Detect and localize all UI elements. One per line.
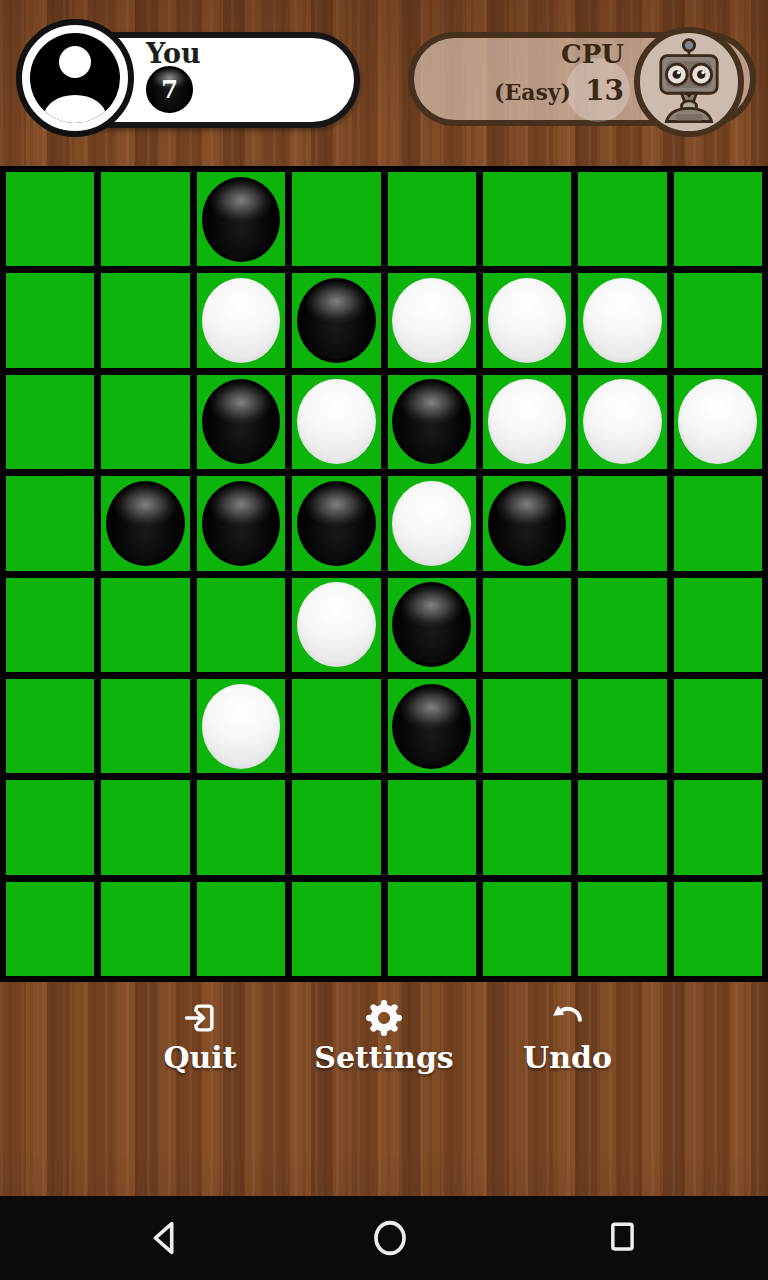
disc-white (488, 379, 567, 464)
robot-icon (642, 35, 736, 129)
cell-2-5[interactable] (483, 375, 571, 469)
cell-6-6[interactable] (578, 780, 666, 874)
disc-black (202, 177, 281, 262)
cell-5-4[interactable] (388, 679, 476, 773)
undo-button[interactable]: Undo (505, 999, 630, 1075)
cell-5-1[interactable] (101, 679, 189, 773)
cell-1-5[interactable] (483, 273, 571, 367)
cell-4-3[interactable] (292, 578, 380, 672)
home-icon[interactable] (369, 1215, 411, 1261)
you-score: 7 (161, 75, 178, 104)
cell-7-1[interactable] (101, 882, 189, 976)
cell-4-5[interactable] (483, 578, 571, 672)
cell-3-5[interactable] (483, 476, 571, 570)
cpu-text-block: CPU (Easy) 13 (494, 40, 624, 107)
disc-black (202, 481, 281, 566)
cell-6-7[interactable] (674, 780, 762, 874)
cell-5-5[interactable] (483, 679, 571, 773)
cell-7-6[interactable] (578, 882, 666, 976)
cell-2-2[interactable] (197, 375, 285, 469)
cell-1-7[interactable] (674, 273, 762, 367)
cell-4-1[interactable] (101, 578, 189, 672)
cell-1-0[interactable] (6, 273, 94, 367)
undo-arrow-icon (548, 999, 588, 1037)
cell-2-4[interactable] (388, 375, 476, 469)
cpu-difficulty-label: (Easy) (494, 79, 571, 105)
cell-1-2[interactable] (197, 273, 285, 367)
cell-5-3[interactable] (292, 679, 380, 773)
cell-2-1[interactable] (101, 375, 189, 469)
disc-black (392, 379, 471, 464)
person-icon (30, 33, 120, 123)
cell-6-0[interactable] (6, 780, 94, 874)
cell-6-1[interactable] (101, 780, 189, 874)
cell-2-7[interactable] (674, 375, 762, 469)
disc-black (297, 278, 376, 363)
disc-white (488, 278, 567, 363)
board (0, 166, 768, 982)
cell-4-6[interactable] (578, 578, 666, 672)
cell-4-4[interactable] (388, 578, 476, 672)
cell-1-6[interactable] (578, 273, 666, 367)
you-name-label: You (146, 38, 201, 69)
cell-7-4[interactable] (388, 882, 476, 976)
cell-3-6[interactable] (578, 476, 666, 570)
cell-6-4[interactable] (388, 780, 476, 874)
cell-0-7[interactable] (674, 172, 762, 266)
cell-7-0[interactable] (6, 882, 94, 976)
cell-1-1[interactable] (101, 273, 189, 367)
cell-2-3[interactable] (292, 375, 380, 469)
settings-button[interactable]: Settings (308, 999, 460, 1075)
cell-4-2[interactable] (197, 578, 285, 672)
cell-7-2[interactable] (197, 882, 285, 976)
cell-5-7[interactable] (674, 679, 762, 773)
exit-icon (181, 999, 219, 1037)
cell-3-1[interactable] (101, 476, 189, 570)
cpu-name-label: CPU (561, 40, 624, 68)
quit-label: Quit (163, 1040, 236, 1075)
disc-black (488, 481, 567, 566)
undo-label: Undo (523, 1040, 612, 1075)
disc-black (106, 481, 185, 566)
back-icon[interactable] (142, 1215, 188, 1261)
you-avatar (16, 19, 134, 137)
disc-white (392, 278, 471, 363)
cell-7-7[interactable] (674, 882, 762, 976)
cell-1-3[interactable] (292, 273, 380, 367)
disc-white (392, 481, 471, 566)
cell-2-6[interactable] (578, 375, 666, 469)
cell-1-4[interactable] (388, 273, 476, 367)
cell-5-6[interactable] (578, 679, 666, 773)
disc-black (392, 582, 471, 667)
disc-white (202, 684, 281, 769)
cell-5-0[interactable] (6, 679, 94, 773)
disc-black (297, 481, 376, 566)
app-screen: { "game": "reversi", "position": { "form… (0, 0, 768, 1280)
disc-black (202, 379, 281, 464)
cell-3-3[interactable] (292, 476, 380, 570)
cell-3-4[interactable] (388, 476, 476, 570)
cell-6-3[interactable] (292, 780, 380, 874)
cell-4-7[interactable] (674, 578, 762, 672)
cell-5-2[interactable] (197, 679, 285, 773)
gear-icon (365, 999, 403, 1037)
cell-0-6[interactable] (578, 172, 666, 266)
disc-white (583, 278, 662, 363)
disc-white (297, 379, 376, 464)
you-score-disc: 7 (146, 66, 193, 113)
settings-label: Settings (314, 1040, 454, 1075)
cell-7-5[interactable] (483, 882, 571, 976)
cell-7-3[interactable] (292, 882, 380, 976)
cell-6-2[interactable] (197, 780, 285, 874)
cell-2-0[interactable] (6, 375, 94, 469)
disc-white (202, 278, 281, 363)
cell-0-5[interactable] (483, 172, 571, 266)
cell-0-1[interactable] (101, 172, 189, 266)
disc-white (583, 379, 662, 464)
quit-button[interactable]: Quit (140, 999, 260, 1075)
disc-white (297, 582, 376, 667)
disc-black (392, 684, 471, 769)
cell-0-2[interactable] (197, 172, 285, 266)
recents-icon[interactable] (600, 1215, 644, 1259)
disc-white (678, 379, 757, 464)
cell-0-0[interactable] (6, 172, 94, 266)
cell-3-2[interactable] (197, 476, 285, 570)
cpu-score: 13 (585, 74, 624, 107)
cell-3-0[interactable] (6, 476, 94, 570)
cell-3-7[interactable] (674, 476, 762, 570)
cpu-avatar (634, 27, 744, 137)
cell-6-5[interactable] (483, 780, 571, 874)
android-nav-bar (0, 1196, 768, 1280)
cell-4-0[interactable] (6, 578, 94, 672)
cell-0-3[interactable] (292, 172, 380, 266)
cell-0-4[interactable] (388, 172, 476, 266)
